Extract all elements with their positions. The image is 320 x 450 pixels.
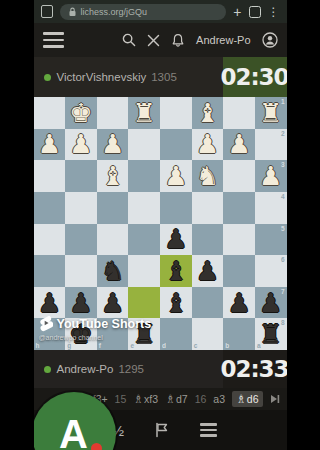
- square-c3[interactable]: ♞: [192, 160, 224, 192]
- avatar-icon[interactable]: [262, 32, 278, 48]
- square-b4[interactable]: [223, 192, 255, 224]
- browser-bar: lichess.org/jGQu + ⋮: [34, 0, 287, 23]
- online-indicator: [44, 366, 51, 373]
- square-b1[interactable]: [223, 97, 255, 129]
- square-d4[interactable]: [160, 192, 192, 224]
- square-g1[interactable]: ♚: [65, 97, 97, 129]
- square-f3[interactable]: ♝: [97, 160, 129, 192]
- square-d6[interactable]: ♝: [160, 255, 192, 287]
- piece-white-pawn[interactable]: ♟: [34, 129, 66, 161]
- piece-letter-icon: ♗: [165, 392, 175, 406]
- square-b7[interactable]: ♟: [223, 287, 255, 319]
- square-h6[interactable]: [34, 255, 66, 287]
- piece-black-pawn[interactable]: ♟: [97, 287, 129, 319]
- square-g5[interactable]: [65, 224, 97, 256]
- square-h4[interactable]: [34, 192, 66, 224]
- new-tab-icon[interactable]: +: [233, 5, 241, 19]
- player-bar: Andrew-Po 1295 02:33: [34, 350, 287, 388]
- piece-white-knight[interactable]: ♞: [192, 160, 224, 192]
- square-b2[interactable]: ♟: [223, 129, 255, 161]
- square-c6[interactable]: ♟: [192, 255, 224, 287]
- square-h7[interactable]: ♟: [34, 287, 66, 319]
- challenges-icon[interactable]: [147, 34, 160, 47]
- game-menu-icon[interactable]: [200, 423, 217, 437]
- rank-label: 4: [281, 193, 285, 200]
- search-icon[interactable]: [122, 33, 136, 47]
- move[interactable]: a3: [213, 393, 225, 405]
- square-a1[interactable]: ♜1: [255, 97, 287, 129]
- phone-screen: lichess.org/jGQu + ⋮ Andrew-Po: [34, 0, 287, 450]
- square-c7[interactable]: [192, 287, 224, 319]
- site-info-icon: [68, 7, 77, 17]
- file-label: g: [67, 342, 71, 349]
- file-label: a: [257, 342, 261, 349]
- square-h5[interactable]: [34, 224, 66, 256]
- rank-label: 1: [281, 98, 285, 105]
- square-e3[interactable]: [128, 160, 160, 192]
- piece-white-king[interactable]: ♚: [65, 97, 97, 129]
- square-f8[interactable]: f: [97, 318, 129, 350]
- square-f4[interactable]: [97, 192, 129, 224]
- square-e4[interactable]: [128, 192, 160, 224]
- file-label: h: [36, 342, 40, 349]
- piece-white-pawn[interactable]: ♟: [65, 129, 97, 161]
- hamburger-menu-icon[interactable]: [43, 32, 64, 47]
- resign-flag-icon[interactable]: [154, 422, 170, 438]
- square-a6[interactable]: 6: [255, 255, 287, 287]
- rank-label: 8: [281, 319, 285, 326]
- square-f7[interactable]: ♟: [97, 287, 129, 319]
- square-e6[interactable]: [128, 255, 160, 287]
- player-clock: 02:33: [223, 350, 287, 388]
- square-g3[interactable]: [65, 160, 97, 192]
- file-label: e: [130, 342, 134, 349]
- piece-black-pawn[interactable]: ♟: [34, 287, 66, 319]
- move[interactable]: ♗d7: [165, 392, 188, 406]
- move-number: 15: [115, 393, 127, 405]
- square-f6[interactable]: ♞: [97, 255, 129, 287]
- site-header: Andrew-Po: [34, 23, 287, 57]
- file-label: b: [225, 342, 229, 349]
- square-a3[interactable]: ♟3: [255, 160, 287, 192]
- square-a5[interactable]: 5: [255, 224, 287, 256]
- rank-label: 7: [281, 288, 285, 295]
- square-f1[interactable]: [97, 97, 129, 129]
- square-g6[interactable]: [65, 255, 97, 287]
- piece-black-bishop[interactable]: ♝: [160, 287, 192, 319]
- square-c4[interactable]: [192, 192, 224, 224]
- notification-red-dot: [91, 443, 102, 450]
- piece-white-rook[interactable]: ♜: [128, 97, 160, 129]
- square-e7[interactable]: [128, 287, 160, 319]
- square-d7[interactable]: ♝: [160, 287, 192, 319]
- square-e5[interactable]: [128, 224, 160, 256]
- rank-label: 5: [281, 225, 285, 232]
- notifications-bell-icon[interactable]: [171, 33, 185, 48]
- url-text: lichess.org/jGQu: [81, 7, 148, 17]
- square-g2[interactable]: ♟: [65, 129, 97, 161]
- square-d1[interactable]: [160, 97, 192, 129]
- square-b3[interactable]: [223, 160, 255, 192]
- square-h8[interactable]: h: [34, 318, 66, 350]
- move[interactable]: ♗xf3: [133, 392, 158, 406]
- opponent-clock: 02:30: [223, 57, 287, 97]
- piece-letter-icon: ♗: [236, 392, 246, 406]
- piece-black-pawn[interactable]: ♟: [223, 287, 255, 319]
- piece-white-bishop[interactable]: ♝: [97, 160, 129, 192]
- move-number: 16: [195, 393, 207, 405]
- header-username[interactable]: Andrew-Po: [196, 34, 250, 46]
- piece-black-pawn[interactable]: ♟: [160, 224, 192, 256]
- square-d2[interactable]: [160, 129, 192, 161]
- online-indicator: [44, 74, 51, 81]
- channel-avatar-letter: A: [59, 412, 88, 450]
- player-rating: 1295: [118, 363, 144, 375]
- square-b8[interactable]: b: [223, 318, 255, 350]
- file-label: f: [99, 342, 101, 349]
- square-f5[interactable]: [97, 224, 129, 256]
- piece-white-pawn[interactable]: ♟: [192, 129, 224, 161]
- file-label: d: [162, 342, 166, 349]
- piece-letter-icon: ♗: [133, 392, 143, 406]
- opponent-bar: VictorVishnevskiy 1305 02:30: [34, 57, 287, 97]
- square-a7[interactable]: ♟7: [255, 287, 287, 319]
- square-b5[interactable]: [223, 224, 255, 256]
- opponent-rating: 1305: [151, 71, 177, 83]
- piece-white-bishop[interactable]: ♝: [192, 97, 224, 129]
- square-g7[interactable]: ♟: [65, 287, 97, 319]
- piece-black-bishop[interactable]: ♝: [160, 255, 192, 287]
- square-d3[interactable]: ♟: [160, 160, 192, 192]
- chess-board[interactable]: ♚♜♝♜1♟♟♟♟♟2♝♟♞♟34♟5♞♝♟6♟♟♟♝♟♟7h♚gf♜edcb♜…: [34, 97, 287, 350]
- square-f2[interactable]: ♟: [97, 129, 129, 161]
- square-c5[interactable]: [192, 224, 224, 256]
- piece-black-knight[interactable]: ♞: [97, 255, 129, 287]
- square-a4[interactable]: 4: [255, 192, 287, 224]
- opponent-name[interactable]: VictorVishnevskiy: [57, 71, 147, 83]
- current-move[interactable]: ♗d6: [232, 391, 263, 407]
- tab-switcher-icon[interactable]: [249, 6, 261, 18]
- url-bar[interactable]: lichess.org/jGQu: [60, 4, 227, 20]
- file-label: c: [194, 342, 198, 349]
- browser-home-icon[interactable]: [41, 5, 53, 18]
- rank-label: 3: [281, 161, 285, 168]
- piece-white-pawn[interactable]: ♟: [160, 160, 192, 192]
- square-c2[interactable]: ♟: [192, 129, 224, 161]
- square-g8[interactable]: ♚g: [65, 318, 97, 350]
- player-name[interactable]: Andrew-Po: [57, 363, 114, 375]
- square-h1[interactable]: [34, 97, 66, 129]
- skip-forward-icon[interactable]: [270, 394, 280, 404]
- square-e1[interactable]: ♜: [128, 97, 160, 129]
- piece-black-pawn[interactable]: ♟: [192, 255, 224, 287]
- square-e2[interactable]: [128, 129, 160, 161]
- square-e8[interactable]: ♜e: [128, 318, 160, 350]
- square-c1[interactable]: ♝: [192, 97, 224, 129]
- piece-white-pawn[interactable]: ♟: [223, 129, 255, 161]
- square-g4[interactable]: [65, 192, 97, 224]
- square-d5[interactable]: ♟: [160, 224, 192, 256]
- square-b6[interactable]: [223, 255, 255, 287]
- rank-label: 6: [281, 256, 285, 263]
- rank-label: 2: [281, 130, 285, 137]
- square-d8[interactable]: d: [160, 318, 192, 350]
- piece-white-pawn[interactable]: ♟: [97, 129, 129, 161]
- piece-black-pawn[interactable]: ♟: [65, 287, 97, 319]
- browser-menu-icon[interactable]: ⋮: [268, 6, 280, 18]
- square-c8[interactable]: c: [192, 318, 224, 350]
- square-a2[interactable]: 2: [255, 129, 287, 161]
- square-a8[interactable]: ♜8a: [255, 318, 287, 350]
- square-h2[interactable]: ♟: [34, 129, 66, 161]
- square-h3[interactable]: [34, 160, 66, 192]
